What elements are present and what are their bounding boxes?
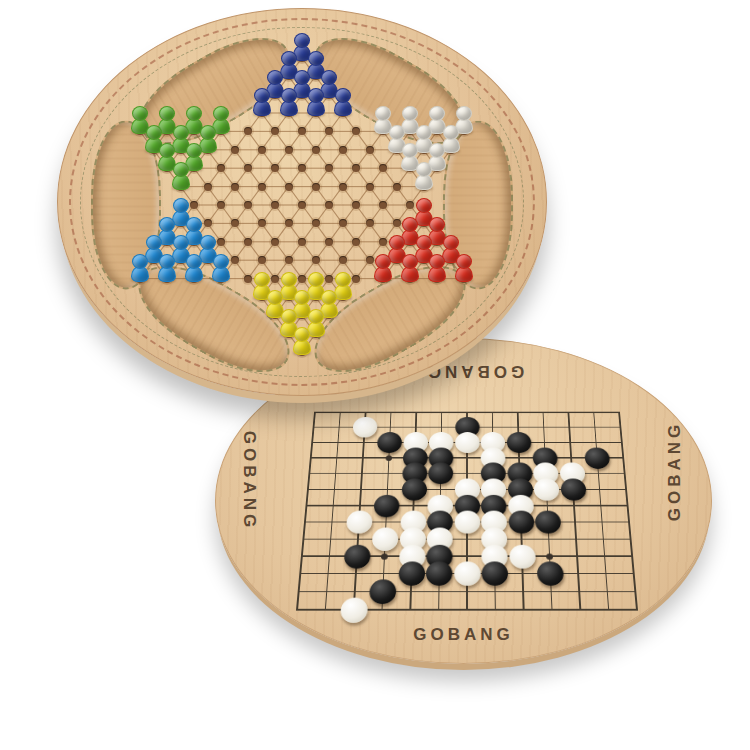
board-hole[interactable] xyxy=(271,127,279,135)
white-stone[interactable] xyxy=(339,597,367,622)
board-hole[interactable] xyxy=(352,201,360,209)
peg-head xyxy=(281,88,297,103)
board-hole[interactable] xyxy=(339,146,347,154)
peg-head xyxy=(294,327,310,342)
product-photo: GOBANG GOBANG GOBANG GOBANG xyxy=(0,0,750,750)
peg-head xyxy=(389,125,405,140)
red-peg[interactable] xyxy=(372,254,394,282)
board-hole[interactable] xyxy=(325,127,333,135)
black-stone[interactable] xyxy=(343,544,371,568)
board-hole[interactable] xyxy=(285,183,293,191)
white-stone[interactable] xyxy=(454,511,480,534)
board-hole[interactable] xyxy=(271,201,279,209)
peg-head xyxy=(294,33,310,48)
cyan-peg[interactable] xyxy=(129,254,151,282)
board-hole[interactable] xyxy=(312,219,320,227)
board-hole[interactable] xyxy=(339,183,347,191)
board-hole[interactable] xyxy=(217,201,225,209)
board-hole[interactable] xyxy=(379,164,387,172)
navy-peg[interactable] xyxy=(332,88,354,116)
board-hole[interactable] xyxy=(244,201,252,209)
black-stone[interactable] xyxy=(426,562,453,586)
board-hole[interactable] xyxy=(244,164,252,172)
peg-head xyxy=(159,143,175,158)
peg-head xyxy=(173,198,189,213)
peg-head xyxy=(429,254,445,269)
peg-head xyxy=(416,235,432,250)
peg-head xyxy=(132,254,148,269)
red-peg[interactable] xyxy=(399,254,421,282)
gobang-label-right: GOBANG xyxy=(665,421,685,522)
white-stone[interactable] xyxy=(534,478,560,500)
black-stone[interactable] xyxy=(401,478,427,500)
board-hole[interactable] xyxy=(366,219,374,227)
star-point xyxy=(381,553,388,559)
board-hole[interactable] xyxy=(352,127,360,135)
black-stone[interactable] xyxy=(482,562,509,586)
yellow-peg[interactable] xyxy=(291,327,313,355)
black-stone[interactable] xyxy=(560,478,586,500)
black-stone[interactable] xyxy=(506,432,531,453)
board-hole[interactable] xyxy=(298,127,306,135)
peg-head xyxy=(389,235,405,250)
board-hole[interactable] xyxy=(352,164,360,172)
board-hole[interactable] xyxy=(298,238,306,246)
board-hole[interactable] xyxy=(285,256,293,264)
peg-head xyxy=(159,254,175,269)
board-hole[interactable] xyxy=(312,146,320,154)
board-hole[interactable] xyxy=(312,256,320,264)
board-hole[interactable] xyxy=(366,183,374,191)
board-hole[interactable] xyxy=(258,256,266,264)
gobang-label-top: GOBANG xyxy=(424,361,525,381)
peg-head xyxy=(416,125,432,140)
peg-head xyxy=(335,88,351,103)
board-hole[interactable] xyxy=(298,201,306,209)
peg-head xyxy=(146,125,162,140)
board-hole[interactable] xyxy=(258,146,266,154)
grid-line-horizontal xyxy=(298,591,637,592)
cyan-peg[interactable] xyxy=(183,254,205,282)
peg-head xyxy=(402,143,418,158)
board-hole[interactable] xyxy=(366,146,374,154)
white-stone[interactable] xyxy=(509,544,536,568)
board-hole[interactable] xyxy=(258,183,266,191)
black-stone[interactable] xyxy=(508,511,534,534)
navy-peg[interactable] xyxy=(278,88,300,116)
gobang-label-left: GOBANG xyxy=(239,431,259,532)
peg-head xyxy=(308,309,324,324)
board-hole[interactable] xyxy=(231,183,239,191)
white-stone[interactable] xyxy=(345,511,372,534)
peg-head xyxy=(281,309,297,324)
board-hole[interactable] xyxy=(379,201,387,209)
peg-head xyxy=(308,272,324,287)
peg-head xyxy=(429,217,445,232)
peg-head xyxy=(200,235,216,250)
peg-head xyxy=(281,272,297,287)
peg-head xyxy=(294,70,310,85)
board-hole[interactable] xyxy=(231,146,239,154)
peg-head xyxy=(443,125,459,140)
black-stone[interactable] xyxy=(373,494,399,517)
peg-head xyxy=(186,254,202,269)
board-hole[interactable] xyxy=(271,238,279,246)
black-stone[interactable] xyxy=(537,562,564,586)
peg-head xyxy=(173,125,189,140)
board-hole[interactable] xyxy=(285,219,293,227)
chinese-checkers-board xyxy=(57,8,547,396)
board-hole[interactable] xyxy=(258,219,266,227)
black-stone[interactable] xyxy=(428,463,453,485)
board-hole[interactable] xyxy=(325,201,333,209)
peg-head xyxy=(173,162,189,177)
white-stone[interactable] xyxy=(352,417,377,438)
black-stone[interactable] xyxy=(369,579,397,604)
board-hole[interactable] xyxy=(231,219,239,227)
board-hole[interactable] xyxy=(217,164,225,172)
peg-head xyxy=(429,143,445,158)
cyan-peg[interactable] xyxy=(156,254,178,282)
star-point xyxy=(546,553,553,559)
board-hole[interactable] xyxy=(325,238,333,246)
board-hole[interactable] xyxy=(393,183,401,191)
grid-line-vertical xyxy=(618,412,638,611)
peg-head xyxy=(213,254,229,269)
peg-head xyxy=(254,272,270,287)
red-peg[interactable] xyxy=(453,254,475,282)
white-stone[interactable] xyxy=(454,562,480,586)
peg-head xyxy=(443,235,459,250)
peg-head xyxy=(254,88,270,103)
green-peg[interactable] xyxy=(170,162,192,190)
white-peg[interactable] xyxy=(413,162,435,190)
board-hole[interactable] xyxy=(271,164,279,172)
grid-line-horizontal xyxy=(302,538,631,539)
board-hole[interactable] xyxy=(244,127,252,135)
black-stone[interactable] xyxy=(535,511,562,534)
peg-head xyxy=(200,125,216,140)
board-hole[interactable] xyxy=(339,219,347,227)
peg-head xyxy=(159,217,175,232)
peg-head xyxy=(402,254,418,269)
board-hole[interactable] xyxy=(244,238,252,246)
white-stone[interactable] xyxy=(455,432,480,453)
peg-head xyxy=(186,143,202,158)
peg-head xyxy=(321,70,337,85)
star-point xyxy=(386,455,393,461)
board-hole[interactable] xyxy=(312,183,320,191)
board-hole[interactable] xyxy=(298,164,306,172)
board-hole[interactable] xyxy=(204,183,212,191)
peg-head xyxy=(308,88,324,103)
red-peg[interactable] xyxy=(426,254,448,282)
peg-head xyxy=(267,70,283,85)
peg-head xyxy=(173,235,189,250)
peg-head xyxy=(186,217,202,232)
peg-head xyxy=(308,51,324,66)
gobang-label-bottom: GOBANG xyxy=(413,625,514,645)
white-stone[interactable] xyxy=(372,527,399,550)
peg-head xyxy=(281,51,297,66)
board-hole[interactable] xyxy=(285,146,293,154)
navy-peg[interactable] xyxy=(251,88,273,116)
peg-head xyxy=(375,254,391,269)
cyan-peg[interactable] xyxy=(210,254,232,282)
peg-head xyxy=(146,235,162,250)
board-hole[interactable] xyxy=(352,238,360,246)
peg-head xyxy=(416,198,432,213)
peg-head xyxy=(402,217,418,232)
board-hole[interactable] xyxy=(325,164,333,172)
gobang-grid xyxy=(282,403,652,621)
black-stone[interactable] xyxy=(584,447,610,468)
peg-head xyxy=(416,162,432,177)
navy-peg[interactable] xyxy=(305,88,327,116)
board-hole[interactable] xyxy=(339,256,347,264)
peg-head xyxy=(335,272,351,287)
black-stone[interactable] xyxy=(398,562,425,586)
black-stone[interactable] xyxy=(377,432,402,453)
peg-head xyxy=(456,254,472,269)
